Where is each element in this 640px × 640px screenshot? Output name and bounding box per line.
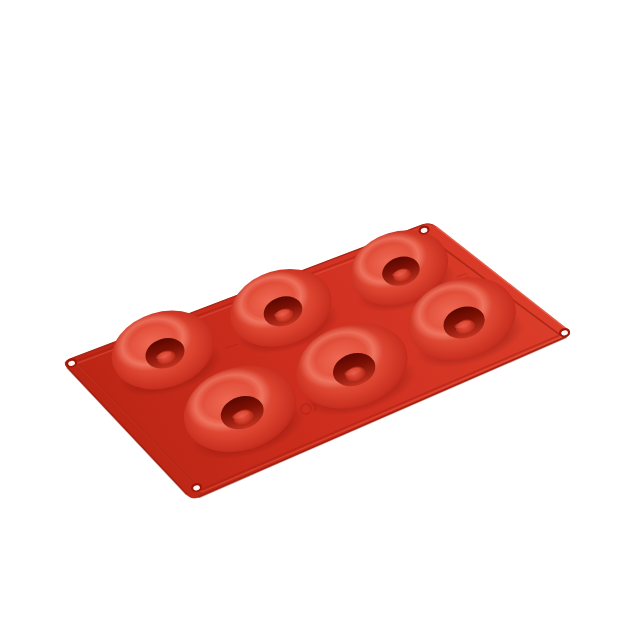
mold-illustration — [0, 0, 640, 640]
product-photo — [0, 0, 640, 640]
